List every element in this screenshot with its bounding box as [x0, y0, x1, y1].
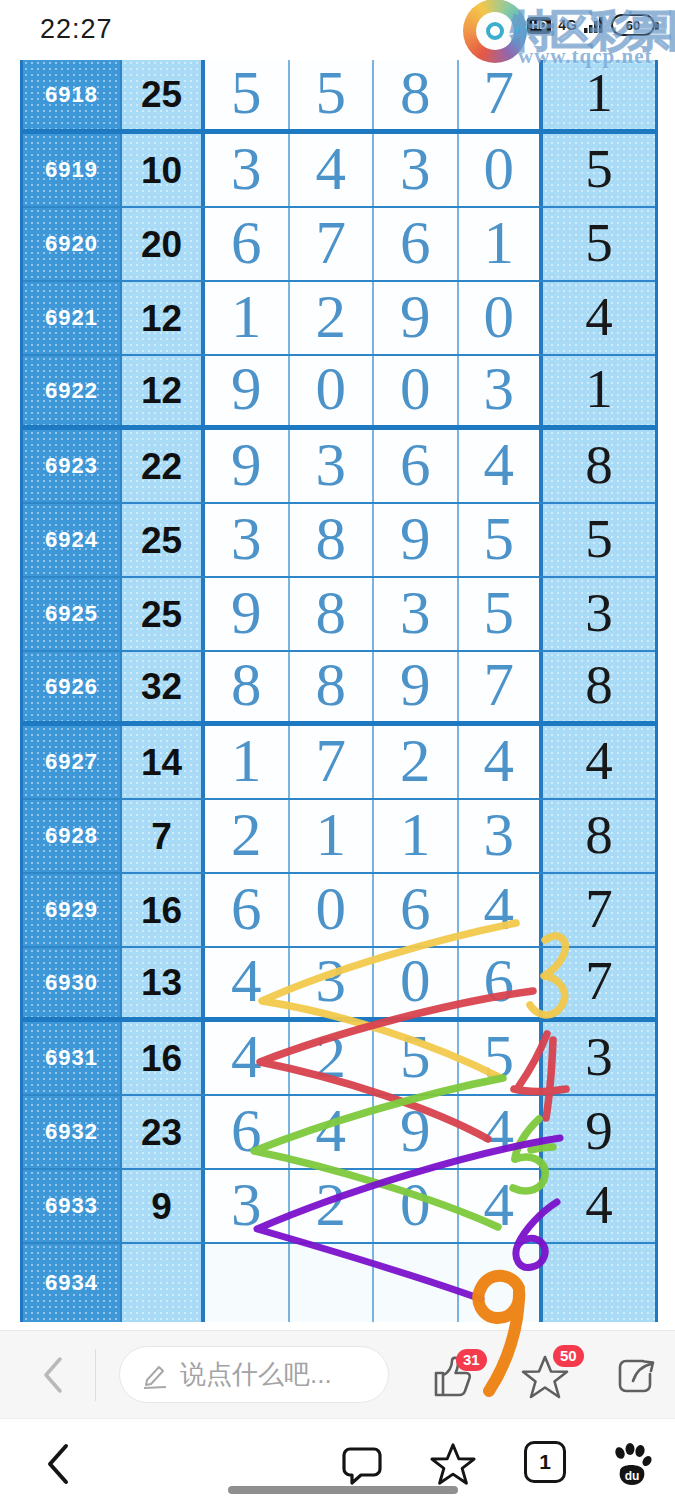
digit-cell: 4 — [459, 874, 544, 946]
sum-cell: 25 — [122, 504, 205, 576]
issue-cell: 6932 — [23, 1096, 122, 1168]
share-button[interactable] — [613, 1353, 659, 1399]
digit-cell — [374, 1244, 459, 1322]
sum-cell: 14 — [122, 726, 205, 798]
digit-cell: 5 — [374, 1022, 459, 1094]
table-row: 69211212904 — [23, 282, 655, 356]
issue-cell: 6923 — [23, 430, 122, 502]
sum-cell: 25 — [122, 60, 205, 129]
digit-cell: 5 — [205, 60, 290, 129]
favorite-count-badge: 50 — [553, 1345, 584, 1367]
issue-cell: 6934 — [23, 1244, 122, 1322]
tail-cell: 8 — [543, 800, 655, 872]
tail-cell: 4 — [543, 726, 655, 798]
digit-cell: 3 — [205, 504, 290, 576]
digit-cell: 1 — [290, 800, 375, 872]
digit-cell: 7 — [290, 726, 375, 798]
digit-cell: 4 — [459, 1170, 544, 1242]
comment-input[interactable]: 说点什么吧... — [119, 1346, 389, 1403]
digit-cell: 8 — [374, 60, 459, 129]
table-row: 69291660647 — [23, 874, 655, 948]
digit-cell — [205, 1244, 290, 1322]
digit-cell — [459, 1244, 544, 1322]
home-indicator[interactable] — [228, 1486, 458, 1494]
digit-cell: 9 — [205, 430, 290, 502]
issue-cell: 6933 — [23, 1170, 122, 1242]
digit-cell: 8 — [290, 504, 375, 576]
digit-cell: 8 — [290, 578, 375, 650]
digit-cell: 1 — [459, 208, 544, 280]
digit-cell: 5 — [290, 60, 375, 129]
digit-cell: 2 — [205, 800, 290, 872]
tail-cell: 7 — [543, 874, 655, 946]
sum-cell: 25 — [122, 578, 205, 650]
digit-cell: 3 — [205, 1170, 290, 1242]
issue-cell: 6931 — [23, 1022, 122, 1094]
table-row: 6934 — [23, 1244, 655, 1322]
digit-cell: 5 — [459, 578, 544, 650]
issue-cell: 6926 — [23, 652, 122, 721]
nav-comments-button[interactable] — [338, 1441, 386, 1489]
digit-cell: 9 — [205, 356, 290, 425]
issue-cell: 6928 — [23, 800, 122, 872]
digit-cell: 3 — [290, 948, 375, 1017]
trend-table-body: 6918255587169191034305692020676156921121… — [23, 60, 655, 1322]
tail-cell: 1 — [543, 356, 655, 425]
table-row: 69301343067 — [23, 948, 655, 1022]
issue-cell: 6919 — [23, 134, 122, 206]
issue-cell: 6920 — [23, 208, 122, 280]
table-row: 69322364949 — [23, 1096, 655, 1170]
digit-cell: 7 — [459, 652, 544, 721]
digit-cell: 0 — [290, 874, 375, 946]
divider — [95, 1349, 96, 1401]
tail-cell — [543, 1244, 655, 1322]
digit-cell: 6 — [374, 874, 459, 946]
tail-cell: 5 — [543, 134, 655, 206]
digit-cell: 6 — [374, 208, 459, 280]
digit-cell: 4 — [459, 726, 544, 798]
back-chevron-light-icon[interactable] — [38, 1353, 68, 1397]
trend-table[interactable]: 6918255587169191034305692020676156921121… — [20, 58, 658, 1322]
digit-cell: 9 — [374, 504, 459, 576]
sum-cell: 16 — [122, 874, 205, 946]
table-row: 69182555871 — [23, 60, 655, 134]
digit-cell: 3 — [374, 578, 459, 650]
digit-cell: 3 — [374, 134, 459, 206]
digit-cell: 3 — [459, 800, 544, 872]
digit-cell: 8 — [290, 652, 375, 721]
digit-cell: 3 — [290, 430, 375, 502]
digit-cell: 3 — [205, 134, 290, 206]
digit-cell: 4 — [205, 948, 290, 1017]
digit-cell: 2 — [290, 1022, 375, 1094]
digit-cell — [290, 1244, 375, 1322]
tail-cell: 4 — [543, 282, 655, 354]
digit-cell: 2 — [374, 726, 459, 798]
nav-back-button[interactable] — [42, 1441, 74, 1487]
digit-cell: 2 — [290, 282, 375, 354]
sum-cell: 16 — [122, 1022, 205, 1094]
issue-cell: 6918 — [23, 60, 122, 129]
table-row: 69263288978 — [23, 652, 655, 726]
digit-cell: 7 — [290, 208, 375, 280]
digit-cell: 7 — [459, 60, 544, 129]
issue-cell: 6930 — [23, 948, 122, 1017]
digit-cell: 9 — [374, 282, 459, 354]
sum-cell — [122, 1244, 205, 1322]
sum-cell: 32 — [122, 652, 205, 721]
digit-cell: 0 — [374, 948, 459, 1017]
sum-cell: 23 — [122, 1096, 205, 1168]
tail-cell: 8 — [543, 430, 655, 502]
tail-cell: 5 — [543, 208, 655, 280]
digit-cell: 1 — [205, 726, 290, 798]
sum-cell: 9 — [122, 1170, 205, 1242]
table-row: 69202067615 — [23, 208, 655, 282]
digit-cell: 0 — [459, 134, 544, 206]
digit-cell: 3 — [459, 356, 544, 425]
digit-cell: 4 — [205, 1022, 290, 1094]
nav-tabs-button[interactable]: 1 — [524, 1441, 566, 1483]
sum-cell: 10 — [122, 134, 205, 206]
digit-cell: 9 — [374, 652, 459, 721]
issue-cell: 6922 — [23, 356, 122, 425]
digit-cell: 6 — [205, 1096, 290, 1168]
tail-cell: 1 — [543, 60, 655, 129]
table-row: 69311642553 — [23, 1022, 655, 1096]
digit-cell: 2 — [290, 1170, 375, 1242]
tail-cell: 3 — [543, 578, 655, 650]
digit-cell: 9 — [374, 1096, 459, 1168]
tail-cell: 8 — [543, 652, 655, 721]
digit-cell: 0 — [374, 356, 459, 425]
digit-cell: 4 — [459, 1096, 544, 1168]
issue-cell: 6924 — [23, 504, 122, 576]
digit-cell: 6 — [459, 948, 544, 1017]
digit-cell: 4 — [290, 1096, 375, 1168]
sum-cell: 13 — [122, 948, 205, 1017]
sum-cell: 12 — [122, 282, 205, 354]
digit-cell: 4 — [459, 430, 544, 502]
baidu-paw-icon[interactable]: du — [608, 1441, 656, 1489]
digit-cell: 6 — [205, 208, 290, 280]
clock-time: 22:27 — [40, 14, 113, 45]
pencil-icon — [140, 1360, 170, 1390]
sum-cell: 7 — [122, 800, 205, 872]
table-row: 6933932044 — [23, 1170, 655, 1244]
sum-cell: 22 — [122, 430, 205, 502]
digit-cell: 4 — [290, 134, 375, 206]
app-screen: 22:27 HD 4G 60 特区彩票网 www.tqcp.net 691825… — [0, 0, 675, 1500]
table-row: 69232293648 — [23, 430, 655, 504]
digit-cell: 6 — [205, 874, 290, 946]
sum-cell: 12 — [122, 356, 205, 425]
table-row: 69221290031 — [23, 356, 655, 430]
comment-placeholder: 说点什么吧... — [180, 1357, 332, 1392]
digit-cell: 1 — [374, 800, 459, 872]
issue-cell: 6927 — [23, 726, 122, 798]
tail-cell: 3 — [543, 1022, 655, 1094]
comment-bar: 说点什么吧... 31 50 — [0, 1330, 675, 1418]
sum-cell: 20 — [122, 208, 205, 280]
tail-cell: 9 — [543, 1096, 655, 1168]
digit-cell: 6 — [374, 430, 459, 502]
svg-text:du: du — [625, 1469, 640, 1483]
table-row: 69191034305 — [23, 134, 655, 208]
digit-cell: 0 — [290, 356, 375, 425]
tail-cell: 7 — [543, 948, 655, 1017]
nav-favorite-button[interactable] — [429, 1441, 477, 1489]
digit-cell: 0 — [374, 1170, 459, 1242]
digit-cell: 8 — [205, 652, 290, 721]
watermark-site-url: www.tqcp.net — [518, 44, 653, 69]
table-row: 69242538955 — [23, 504, 655, 578]
digit-cell: 5 — [459, 1022, 544, 1094]
issue-cell: 6929 — [23, 874, 122, 946]
table-row: 69252598353 — [23, 578, 655, 652]
like-count-badge: 31 — [456, 1349, 487, 1371]
issue-cell: 6921 — [23, 282, 122, 354]
table-row: 6928721138 — [23, 800, 655, 874]
digit-cell: 0 — [459, 282, 544, 354]
issue-cell: 6925 — [23, 578, 122, 650]
tail-cell: 5 — [543, 504, 655, 576]
table-row: 69271417244 — [23, 726, 655, 800]
tail-cell: 4 — [543, 1170, 655, 1242]
digit-cell: 9 — [205, 578, 290, 650]
digit-cell: 5 — [459, 504, 544, 576]
digit-cell: 1 — [205, 282, 290, 354]
